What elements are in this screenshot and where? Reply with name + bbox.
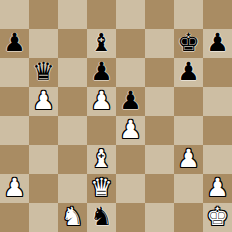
- square-b1[interactable]: [29, 203, 58, 232]
- square-e7[interactable]: [116, 29, 145, 58]
- square-b7[interactable]: [29, 29, 58, 58]
- square-b3[interactable]: [29, 145, 58, 174]
- piece-white-knight: ♞: [61, 202, 83, 231]
- square-b5[interactable]: ♟: [29, 87, 58, 116]
- square-a1[interactable]: [0, 203, 29, 232]
- square-c8[interactable]: [58, 0, 87, 29]
- square-g2[interactable]: [174, 174, 203, 203]
- square-d6[interactable]: ♟: [87, 58, 116, 87]
- square-e1[interactable]: [116, 203, 145, 232]
- piece-black-pawn: ♟: [177, 57, 199, 86]
- square-g6[interactable]: ♟: [174, 58, 203, 87]
- piece-black-pawn: ♟: [206, 28, 228, 57]
- piece-white-pawn: ♟: [90, 86, 112, 115]
- piece-black-bishop: ♝: [90, 28, 112, 57]
- square-a4[interactable]: [0, 116, 29, 145]
- square-a3[interactable]: [0, 145, 29, 174]
- square-h8[interactable]: [203, 0, 232, 29]
- square-h7[interactable]: ♟: [203, 29, 232, 58]
- square-a5[interactable]: [0, 87, 29, 116]
- square-g4[interactable]: [174, 116, 203, 145]
- square-g3[interactable]: ♟: [174, 145, 203, 174]
- piece-white-bishop: ♝: [90, 144, 112, 173]
- piece-white-pawn: ♟: [206, 173, 228, 202]
- piece-white-pawn: ♟: [3, 173, 25, 202]
- square-b6[interactable]: ♛: [29, 58, 58, 87]
- square-c2[interactable]: [58, 174, 87, 203]
- square-c6[interactable]: [58, 58, 87, 87]
- square-f1[interactable]: [145, 203, 174, 232]
- square-a8[interactable]: [0, 0, 29, 29]
- piece-black-king: ♚: [177, 28, 199, 57]
- square-a2[interactable]: ♟: [0, 174, 29, 203]
- square-b2[interactable]: [29, 174, 58, 203]
- square-h1[interactable]: ♚: [203, 203, 232, 232]
- square-e6[interactable]: [116, 58, 145, 87]
- square-h2[interactable]: ♟: [203, 174, 232, 203]
- piece-black-knight: ♞: [90, 202, 112, 231]
- square-d4[interactable]: [87, 116, 116, 145]
- square-a7[interactable]: ♟: [0, 29, 29, 58]
- square-e2[interactable]: [116, 174, 145, 203]
- square-f8[interactable]: [145, 0, 174, 29]
- square-d8[interactable]: [87, 0, 116, 29]
- square-a6[interactable]: [0, 58, 29, 87]
- piece-white-queen: ♛: [90, 173, 112, 202]
- square-b8[interactable]: [29, 0, 58, 29]
- square-f3[interactable]: [145, 145, 174, 174]
- square-f2[interactable]: [145, 174, 174, 203]
- square-f7[interactable]: [145, 29, 174, 58]
- square-d3[interactable]: ♝: [87, 145, 116, 174]
- square-e3[interactable]: [116, 145, 145, 174]
- square-g1[interactable]: [174, 203, 203, 232]
- square-g8[interactable]: [174, 0, 203, 29]
- square-c4[interactable]: [58, 116, 87, 145]
- square-c7[interactable]: [58, 29, 87, 58]
- square-h5[interactable]: [203, 87, 232, 116]
- square-c5[interactable]: [58, 87, 87, 116]
- piece-white-king: ♚: [206, 202, 228, 231]
- piece-black-pawn: ♟: [119, 86, 141, 115]
- square-d2[interactable]: ♛: [87, 174, 116, 203]
- square-f5[interactable]: [145, 87, 174, 116]
- square-c1[interactable]: ♞: [58, 203, 87, 232]
- square-h4[interactable]: [203, 116, 232, 145]
- square-e8[interactable]: [116, 0, 145, 29]
- square-f4[interactable]: [145, 116, 174, 145]
- square-h6[interactable]: [203, 58, 232, 87]
- piece-white-pawn: ♟: [32, 86, 54, 115]
- square-g7[interactable]: ♚: [174, 29, 203, 58]
- square-c3[interactable]: [58, 145, 87, 174]
- square-d7[interactable]: ♝: [87, 29, 116, 58]
- piece-black-pawn: ♟: [90, 57, 112, 86]
- square-b4[interactable]: [29, 116, 58, 145]
- piece-black-queen: ♛: [32, 57, 54, 86]
- piece-white-pawn: ♟: [177, 144, 199, 173]
- square-h3[interactable]: [203, 145, 232, 174]
- square-e4[interactable]: ♟: [116, 116, 145, 145]
- square-g5[interactable]: [174, 87, 203, 116]
- piece-white-pawn: ♟: [119, 115, 141, 144]
- square-d5[interactable]: ♟: [87, 87, 116, 116]
- square-d1[interactable]: ♞: [87, 203, 116, 232]
- square-f6[interactable]: [145, 58, 174, 87]
- square-e5[interactable]: ♟: [116, 87, 145, 116]
- chess-board: ♟♝♚♟♛♟♟♟♟♟♟♝♟♟♛♟♞♞♚: [0, 0, 232, 232]
- piece-black-pawn: ♟: [3, 28, 25, 57]
